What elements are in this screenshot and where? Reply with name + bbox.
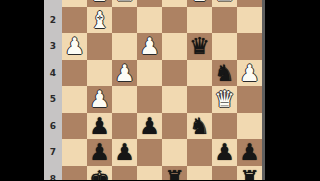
rank-label-4: 4 [44,60,62,87]
square-a6 [237,113,262,140]
square-b2 [212,7,237,34]
piece-wP-f4: ♟ [112,60,137,87]
square-e6: ♟ [137,113,162,140]
square-f5 [112,86,137,113]
square-b7: ♟ [212,139,237,166]
square-c5 [187,86,212,113]
square-a2 [237,7,262,34]
piece-bP-a7: ♟ [237,139,262,166]
rank-label-8: 8 [44,166,62,181]
chess-board: ♚♜♝♜♝♟♟♛♟♞♟♟♛♟♟♞♟♟♟♟♚♜♜ [62,0,262,180]
square-g3 [87,33,112,60]
square-d4 [162,60,187,87]
piece-wP-e3: ♟ [137,33,162,60]
chess-board-viewport: 12345678 ♚♜♝♜♝♟♟♛♟♞♟♟♛♟♟♞♟♟♟♟♚♜♜ [0,0,320,180]
piece-wB-g2: ♝ [87,7,112,34]
square-g6: ♟ [87,113,112,140]
square-b4: ♞ [212,60,237,87]
square-d5 [162,86,187,113]
board-wrap: 12345678 ♚♜♝♜♝♟♟♛♟♞♟♟♛♟♟♞♟♟♟♟♚♜♜ [44,0,262,180]
square-c8 [187,166,212,181]
square-g5: ♟ [87,86,112,113]
square-f7: ♟ [112,139,137,166]
square-e7 [137,139,162,166]
piece-bP-b7: ♟ [212,139,237,166]
square-d3 [162,33,187,60]
video-frame: 12345678 ♚♜♝♜♝♟♟♛♟♞♟♟♛♟♟♞♟♟♟♟♚♜♜ [0,0,320,180]
piece-bK-g8: ♚ [87,166,112,181]
rank-label-6: 6 [44,113,62,140]
square-b5: ♛ [212,86,237,113]
square-c2 [187,7,212,34]
square-h7 [62,139,87,166]
square-b3 [212,33,237,60]
square-e4 [137,60,162,87]
square-b8 [212,166,237,181]
square-e3: ♟ [137,33,162,60]
square-f2 [112,7,137,34]
piece-bP-g6: ♟ [87,113,112,140]
piece-wP-h3: ♟ [62,33,87,60]
square-f8 [112,166,137,181]
square-e5 [137,86,162,113]
piece-bP-f7: ♟ [112,139,137,166]
square-a5 [237,86,262,113]
square-g2: ♝ [87,7,112,34]
square-h5 [62,86,87,113]
piece-wP-a4: ♟ [237,60,262,87]
square-c6: ♞ [187,113,212,140]
square-g8: ♚ [87,166,112,181]
square-d2 [162,7,187,34]
square-h6 [62,113,87,140]
square-e2 [137,7,162,34]
square-e8 [137,166,162,181]
piece-bN-c6: ♞ [187,113,212,140]
square-c3: ♛ [187,33,212,60]
square-d7 [162,139,187,166]
piece-wQ-b5: ♛ [212,86,237,113]
square-f3 [112,33,137,60]
square-a8: ♜ [237,166,262,181]
square-a7: ♟ [237,139,262,166]
square-b6 [212,113,237,140]
piece-wP-g5: ♟ [87,86,112,113]
square-h3: ♟ [62,33,87,60]
rank-label-2: 2 [44,7,62,34]
rank-label-strip: 12345678 [44,0,62,180]
square-a4: ♟ [237,60,262,87]
piece-bP-g7: ♟ [87,139,112,166]
rank-label-3: 3 [44,33,62,60]
square-h2 [62,7,87,34]
square-f6 [112,113,137,140]
square-f4: ♟ [112,60,137,87]
piece-bR-a8: ♜ [237,166,262,181]
piece-bN-b4: ♞ [212,60,237,87]
square-h8 [62,166,87,181]
square-g4 [87,60,112,87]
piece-bP-e6: ♟ [137,113,162,140]
square-c4 [187,60,212,87]
square-a3 [237,33,262,60]
board-right-edge [262,0,265,180]
square-d6 [162,113,187,140]
square-c7 [187,139,212,166]
square-d8: ♜ [162,166,187,181]
square-h4 [62,60,87,87]
rank-label-5: 5 [44,86,62,113]
rank-label-7: 7 [44,139,62,166]
piece-bR-d8: ♜ [162,166,187,181]
piece-bQ-c3: ♛ [187,33,212,60]
square-g7: ♟ [87,139,112,166]
